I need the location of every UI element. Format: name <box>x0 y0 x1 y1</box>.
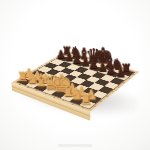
scene: abcdefgh abcdefgh 87654321 87654321 ♜♞♝♛… <box>0 0 150 150</box>
square-c5 <box>60 68 74 75</box>
black-king: ♚ <box>94 45 104 66</box>
board-frame: abcdefgh abcdefgh 87654321 87654321 ♜♞♝♛… <box>11 50 139 112</box>
square-f6 <box>92 72 106 79</box>
chess-board-box: abcdefgh abcdefgh 87654321 87654321 ♜♞♝♛… <box>11 50 139 112</box>
white-pawn: ♟ <box>40 72 51 84</box>
black-queen: ♛ <box>85 46 95 64</box>
board-grid: ♜♞♝♛♚♝♞♜♟♟♟♟♟♟♟♟♟♟♟♟♟♟♟♟♜♞♝♛♚♝♞♜ <box>17 52 134 108</box>
product-photo: abcdefgh abcdefgh 87654321 87654321 ♜♞♝♛… <box>0 0 150 150</box>
watermark <box>58 144 92 147</box>
